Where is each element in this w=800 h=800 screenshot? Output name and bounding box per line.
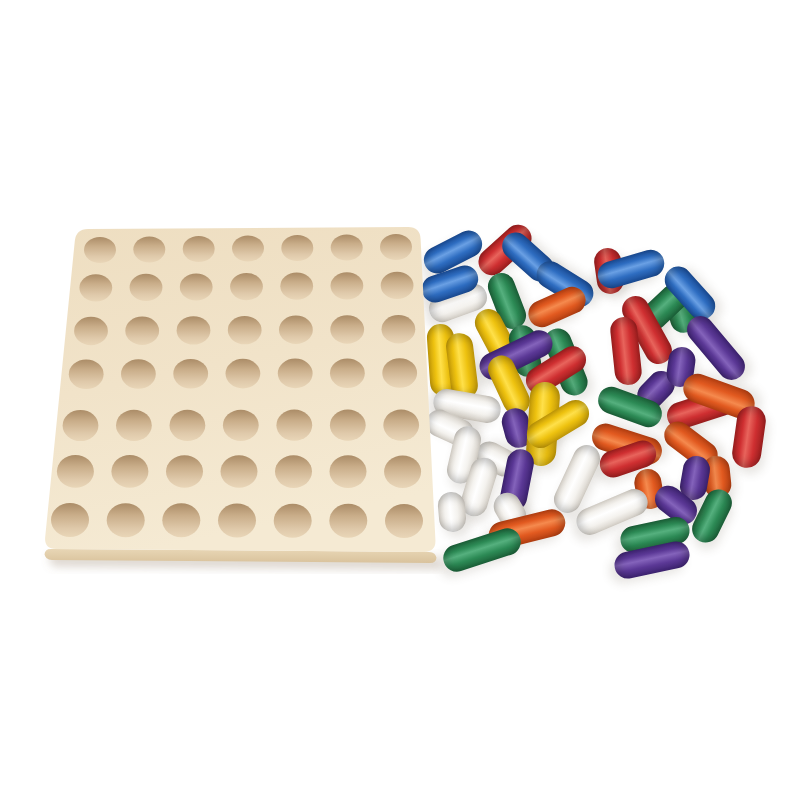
board-hole-r3c1[interactable] <box>74 317 108 345</box>
board-hole-r3c7[interactable] <box>382 315 416 343</box>
board-hole-r6c3[interactable] <box>166 455 203 488</box>
board-hole-r7c5[interactable] <box>274 504 312 538</box>
peg-board <box>0 0 800 800</box>
board-hole-r3c6[interactable] <box>330 315 364 343</box>
board-hole-r2c4[interactable] <box>230 273 263 300</box>
board-hole-r4c6[interactable] <box>330 358 365 388</box>
board-hole-r4c2[interactable] <box>121 359 156 389</box>
board-hole-r1c4[interactable] <box>232 236 264 262</box>
board-hole-r6c1[interactable] <box>57 455 94 488</box>
board-hole-r7c1[interactable] <box>51 503 89 537</box>
product-photo <box>0 0 800 800</box>
board-hole-r6c2[interactable] <box>111 455 148 488</box>
board-hole-r4c5[interactable] <box>278 359 313 389</box>
board-hole-r4c7[interactable] <box>382 358 417 388</box>
board-hole-r3c3[interactable] <box>177 316 211 344</box>
board-hole-r4c4[interactable] <box>226 359 261 389</box>
board-hole-r7c7[interactable] <box>385 504 423 538</box>
board-hole-r2c2[interactable] <box>130 274 163 301</box>
board-hole-r3c5[interactable] <box>279 316 313 344</box>
board-hole-r2c1[interactable] <box>79 274 112 301</box>
board-hole-r5c2[interactable] <box>116 410 152 441</box>
board-hole-r6c7[interactable] <box>384 455 421 488</box>
board-hole-r5c5[interactable] <box>276 410 312 441</box>
board-hole-r6c5[interactable] <box>275 455 312 488</box>
board-hole-r5c6[interactable] <box>330 410 366 441</box>
board-hole-r1c3[interactable] <box>183 236 215 262</box>
board-hole-r7c4[interactable] <box>218 504 256 538</box>
board-hole-r5c3[interactable] <box>170 410 206 441</box>
board-hole-r2c3[interactable] <box>180 273 213 300</box>
board-hole-r1c2[interactable] <box>133 237 165 263</box>
board-hole-r6c6[interactable] <box>330 455 367 488</box>
board-hole-r5c1[interactable] <box>63 410 99 441</box>
board-hole-r1c6[interactable] <box>331 235 363 261</box>
board-hole-r6c4[interactable] <box>221 455 258 488</box>
board-hole-r3c2[interactable] <box>125 317 159 345</box>
board-hole-r1c7[interactable] <box>380 234 412 260</box>
board-hole-r1c5[interactable] <box>281 235 313 261</box>
board-hole-r2c5[interactable] <box>280 273 313 300</box>
board-hole-r7c6[interactable] <box>329 504 367 538</box>
board-hole-r2c6[interactable] <box>331 272 364 299</box>
board-hole-r5c4[interactable] <box>223 410 259 441</box>
board-hole-r2c7[interactable] <box>381 272 414 299</box>
board-hole-r5c7[interactable] <box>383 410 419 441</box>
board-hole-r7c2[interactable] <box>107 503 145 537</box>
board-hole-r1c1[interactable] <box>84 237 116 263</box>
board-hole-r4c3[interactable] <box>173 359 208 389</box>
board-hole-r4c1[interactable] <box>69 359 104 389</box>
board-hole-r3c4[interactable] <box>228 316 262 344</box>
board-hole-r7c3[interactable] <box>162 503 200 537</box>
